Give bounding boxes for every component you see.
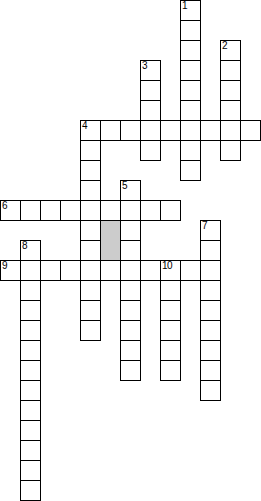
crossword-cell[interactable]	[200, 240, 221, 261]
crossword-cell[interactable]	[120, 180, 141, 201]
crossword-cell[interactable]	[160, 360, 181, 381]
crossword-cell[interactable]	[200, 320, 221, 341]
crossword-cell[interactable]	[20, 260, 41, 281]
crossword-cell[interactable]	[180, 60, 201, 81]
crossword-cell[interactable]	[80, 140, 101, 161]
crossword-cell[interactable]	[140, 120, 161, 141]
crossword-cell[interactable]	[140, 100, 161, 121]
crossword-cell[interactable]	[20, 320, 41, 341]
crossword-cell[interactable]	[20, 240, 41, 261]
crossword-cell[interactable]	[20, 420, 41, 441]
crossword-cell[interactable]	[20, 300, 41, 321]
crossword-cell[interactable]	[20, 360, 41, 381]
crossword-cell[interactable]	[60, 260, 81, 281]
crossword-cell[interactable]	[220, 60, 241, 81]
crossword-cell[interactable]	[140, 80, 161, 101]
crossword-cell[interactable]	[160, 200, 181, 221]
crossword-cell[interactable]	[240, 120, 261, 141]
crossword-cell[interactable]	[40, 200, 61, 221]
crossword-cell[interactable]	[120, 240, 141, 261]
crossword-cell[interactable]	[220, 140, 241, 161]
crossword-cell[interactable]	[180, 160, 201, 181]
crossword-cell[interactable]	[200, 340, 221, 361]
crossword-cell[interactable]	[80, 120, 101, 141]
crossword-cell[interactable]	[220, 120, 241, 141]
crossword-cell[interactable]	[200, 280, 221, 301]
crossword-cell[interactable]	[120, 360, 141, 381]
crossword-cell[interactable]	[80, 200, 101, 221]
crossword-cell[interactable]	[160, 300, 181, 321]
crossword-cell[interactable]	[180, 140, 201, 161]
crossword-cell[interactable]	[20, 480, 41, 501]
crossword-cell[interactable]	[160, 260, 181, 281]
crossword-cell[interactable]	[80, 300, 101, 321]
crossword-cell[interactable]	[160, 280, 181, 301]
crossword-cell[interactable]	[200, 380, 221, 401]
crossword-cell[interactable]	[140, 260, 161, 281]
crossword-cell[interactable]	[120, 220, 141, 241]
crossword-cell[interactable]	[140, 140, 161, 161]
crossword-cell[interactable]	[180, 120, 201, 141]
crossword-cell[interactable]	[180, 80, 201, 101]
crossword-cell[interactable]	[80, 180, 101, 201]
crossword-cell[interactable]	[180, 0, 201, 21]
crossword-cell[interactable]	[80, 220, 101, 241]
crossword-cell[interactable]	[120, 320, 141, 341]
crossword-cell[interactable]	[20, 340, 41, 361]
crossword-cell[interactable]	[80, 260, 101, 281]
crossword-cell[interactable]	[220, 100, 241, 121]
crossword-cell[interactable]	[200, 300, 221, 321]
crossword-cell[interactable]	[60, 200, 81, 221]
crossword-page: 12345678910	[0, 0, 261, 501]
crossword-cell[interactable]	[20, 280, 41, 301]
crossword-cell[interactable]	[180, 100, 201, 121]
crossword-cell[interactable]	[100, 200, 121, 221]
crossword-cell[interactable]	[120, 300, 141, 321]
crossword-cell[interactable]	[20, 380, 41, 401]
crossword-cell[interactable]	[200, 260, 221, 281]
crossword-cell[interactable]	[80, 280, 101, 301]
crossword-cell[interactable]	[120, 120, 141, 141]
crossword-board: 12345678910	[0, 0, 261, 501]
crossword-cell[interactable]	[160, 120, 181, 141]
crossword-cell[interactable]	[200, 120, 221, 141]
crossword-cell[interactable]	[80, 160, 101, 181]
crossword-cell[interactable]	[160, 320, 181, 341]
crossword-cell[interactable]	[200, 220, 221, 241]
crossword-cell[interactable]	[20, 460, 41, 481]
crossword-cell[interactable]	[20, 400, 41, 421]
crossword-cell[interactable]	[220, 40, 241, 61]
crossword-cell[interactable]	[180, 40, 201, 61]
crossword-cell[interactable]	[0, 260, 21, 281]
crossword-cell[interactable]	[120, 340, 141, 361]
crossword-cell[interactable]	[180, 260, 201, 281]
crossword-cell[interactable]	[220, 80, 241, 101]
crossword-cell[interactable]	[40, 260, 61, 281]
crossword-cell[interactable]	[0, 200, 21, 221]
crossword-cell[interactable]	[100, 120, 121, 141]
crossword-cell[interactable]	[120, 200, 141, 221]
crossword-cell[interactable]	[100, 260, 121, 281]
crossword-cell[interactable]	[120, 260, 141, 281]
crossword-cell[interactable]	[200, 360, 221, 381]
shaded-cell	[100, 220, 121, 261]
crossword-cell[interactable]	[140, 200, 161, 221]
crossword-cell[interactable]	[80, 240, 101, 261]
crossword-cell[interactable]	[180, 20, 201, 41]
crossword-cell[interactable]	[140, 60, 161, 81]
crossword-cell[interactable]	[120, 280, 141, 301]
crossword-cell[interactable]	[80, 320, 101, 341]
crossword-cell[interactable]	[20, 440, 41, 461]
crossword-cell[interactable]	[20, 200, 41, 221]
crossword-cell[interactable]	[160, 340, 181, 361]
